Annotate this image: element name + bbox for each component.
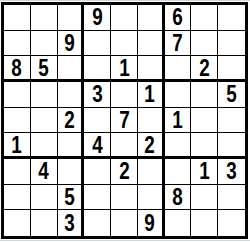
cell-r7c7[interactable] (165, 159, 192, 185)
cell-r4c7[interactable] (165, 82, 192, 108)
given-digit: 2 (199, 56, 209, 79)
given-digit: 2 (119, 159, 129, 183)
sudoku-board: 9697851231527114242135839 (1, 2, 248, 239)
page: 9697851231527114242135839 (0, 0, 250, 242)
cell-r4c9[interactable]: 5 (218, 82, 245, 108)
cell-r1c9[interactable] (218, 5, 245, 31)
given-digit: 1 (12, 133, 22, 156)
given-digit: 1 (119, 56, 129, 79)
given-digit: 2 (64, 108, 74, 132)
cell-r3c8[interactable]: 2 (191, 56, 218, 82)
cell-r8c6[interactable] (138, 185, 165, 211)
cell-r9c6[interactable]: 9 (138, 210, 165, 236)
cell-r5c3[interactable]: 2 (58, 108, 85, 134)
cell-r2c3[interactable]: 9 (58, 31, 85, 57)
cell-r2c1[interactable] (4, 31, 31, 57)
cell-r3c1[interactable]: 8 (4, 56, 31, 82)
cell-r6c3[interactable] (58, 133, 85, 159)
cell-r9c9[interactable] (218, 210, 245, 236)
cell-r1c6[interactable] (138, 5, 165, 31)
cell-r8c2[interactable] (31, 185, 58, 211)
given-digit: 9 (145, 211, 155, 235)
cell-r7c5[interactable]: 2 (111, 159, 138, 185)
cell-r2c6[interactable] (138, 31, 165, 57)
given-digit: 1 (172, 108, 182, 132)
given-digit: 5 (38, 56, 48, 79)
cell-r5c7[interactable]: 1 (165, 108, 192, 134)
cell-r2c9[interactable] (218, 31, 245, 57)
cell-r3c2[interactable]: 5 (31, 56, 58, 82)
cell-r4c1[interactable] (4, 82, 31, 108)
cell-r6c6[interactable]: 2 (138, 133, 165, 159)
cell-r1c7[interactable]: 6 (165, 5, 192, 31)
cell-r2c7[interactable]: 7 (165, 31, 192, 57)
given-digit: 7 (172, 31, 182, 55)
cell-r1c1[interactable] (4, 5, 31, 31)
cell-r1c5[interactable] (111, 5, 138, 31)
cell-r8c3[interactable]: 5 (58, 185, 85, 211)
cell-r1c4[interactable]: 9 (84, 5, 111, 31)
cell-r3c9[interactable] (218, 56, 245, 82)
cell-r1c8[interactable] (191, 5, 218, 31)
cell-r7c3[interactable] (58, 159, 85, 185)
given-digit: 9 (64, 31, 74, 55)
cell-r5c2[interactable] (31, 108, 58, 134)
given-digit: 1 (145, 82, 155, 106)
cell-r3c6[interactable] (138, 56, 165, 82)
given-digit: 8 (12, 56, 22, 79)
cell-r5c8[interactable] (191, 108, 218, 134)
cell-r6c8[interactable] (191, 133, 218, 159)
cell-r4c8[interactable] (191, 82, 218, 108)
cell-r1c2[interactable] (31, 5, 58, 31)
cell-r6c1[interactable]: 1 (4, 133, 31, 159)
cell-r8c9[interactable] (218, 185, 245, 211)
cell-r1c3[interactable] (58, 5, 85, 31)
cell-r5c5[interactable]: 7 (111, 108, 138, 134)
cell-r9c4[interactable] (84, 210, 111, 236)
cell-r4c6[interactable]: 1 (138, 82, 165, 108)
given-digit: 2 (145, 133, 155, 156)
cell-r9c7[interactable] (165, 210, 192, 236)
given-digit: 4 (92, 133, 102, 156)
cell-r5c1[interactable] (4, 108, 31, 134)
cell-r2c5[interactable] (111, 31, 138, 57)
cell-r7c6[interactable] (138, 159, 165, 185)
cell-r9c5[interactable] (111, 210, 138, 236)
given-digit: 5 (64, 185, 74, 209)
cell-r8c5[interactable] (111, 185, 138, 211)
cell-r2c8[interactable] (191, 31, 218, 57)
cell-r3c5[interactable]: 1 (111, 56, 138, 82)
given-digit: 3 (92, 82, 102, 106)
given-digit: 7 (119, 108, 129, 132)
cell-r8c4[interactable] (84, 185, 111, 211)
cell-r5c9[interactable] (218, 108, 245, 134)
cell-r7c4[interactable] (84, 159, 111, 185)
cell-r5c6[interactable] (138, 108, 165, 134)
cell-r7c1[interactable] (4, 159, 31, 185)
cell-r2c4[interactable] (84, 31, 111, 57)
cell-r7c2[interactable]: 4 (31, 159, 58, 185)
cell-r6c9[interactable] (218, 133, 245, 159)
cell-r3c4[interactable] (84, 56, 111, 82)
cell-r9c3[interactable]: 3 (58, 210, 85, 236)
cell-r3c3[interactable] (58, 56, 85, 82)
cell-r4c5[interactable] (111, 82, 138, 108)
cell-r6c5[interactable] (111, 133, 138, 159)
faint-page-gridline-bottom (0, 240, 250, 241)
cell-r3c7[interactable] (165, 56, 192, 82)
cell-r4c3[interactable] (58, 82, 85, 108)
cell-r8c7[interactable]: 8 (165, 185, 192, 211)
cell-r6c7[interactable] (165, 133, 192, 159)
cell-r7c8[interactable]: 1 (191, 159, 218, 185)
cell-r6c2[interactable] (31, 133, 58, 159)
given-digit: 5 (226, 82, 236, 106)
cell-r4c4[interactable]: 3 (84, 82, 111, 108)
given-digit: 4 (38, 159, 48, 183)
given-digit: 6 (172, 5, 182, 29)
given-digit: 3 (226, 159, 236, 183)
cell-r2c2[interactable] (31, 31, 58, 57)
cell-r4c2[interactable] (31, 82, 58, 108)
cell-r9c2[interactable] (31, 210, 58, 236)
given-digit: 1 (199, 159, 209, 183)
cell-r9c1[interactable] (4, 210, 31, 236)
cell-r7c9[interactable]: 3 (218, 159, 245, 185)
faint-page-gridline-top (0, 0, 250, 1)
cell-r8c8[interactable] (191, 185, 218, 211)
cell-r5c4[interactable] (84, 108, 111, 134)
given-digit: 9 (92, 5, 102, 29)
cell-r8c1[interactable] (4, 185, 31, 211)
given-digit: 8 (172, 185, 182, 209)
cell-r6c4[interactable]: 4 (84, 133, 111, 159)
given-digit: 3 (64, 211, 74, 235)
cell-r9c8[interactable] (191, 210, 218, 236)
